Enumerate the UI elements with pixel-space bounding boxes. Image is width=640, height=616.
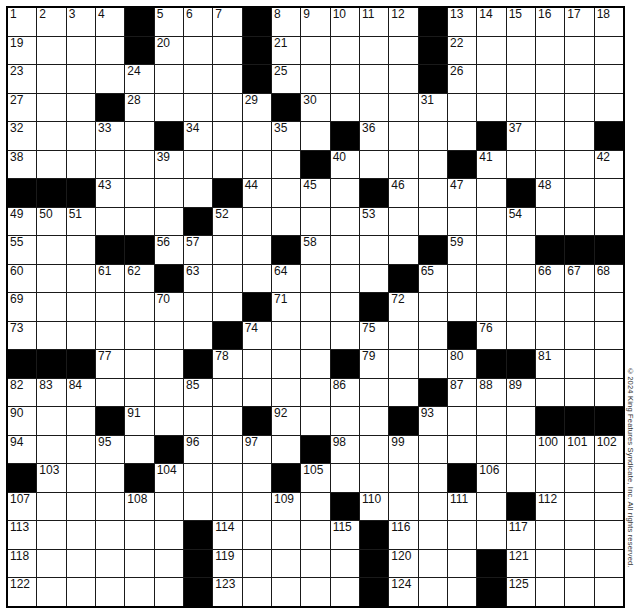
white-cell[interactable]	[389, 122, 417, 150]
white-cell[interactable]	[389, 322, 417, 350]
white-cell[interactable]	[536, 65, 564, 93]
white-cell[interactable]	[184, 493, 212, 521]
white-cell[interactable]	[96, 521, 124, 549]
white-cell[interactable]	[272, 550, 300, 578]
white-cell[interactable]	[565, 578, 593, 606]
white-cell[interactable]	[37, 578, 65, 606]
white-cell[interactable]	[213, 236, 241, 264]
white-cell[interactable]: 95	[96, 436, 124, 464]
white-cell[interactable]	[595, 578, 623, 606]
white-cell[interactable]	[595, 179, 623, 207]
white-cell[interactable]: 55	[8, 236, 36, 264]
white-cell[interactable]	[125, 122, 153, 150]
white-cell[interactable]	[155, 94, 183, 122]
white-cell[interactable]	[507, 407, 535, 435]
white-cell[interactable]	[565, 37, 593, 65]
white-cell[interactable]	[565, 521, 593, 549]
white-cell[interactable]: 3	[67, 8, 95, 36]
white-cell[interactable]: 1	[8, 8, 36, 36]
white-cell[interactable]: 120	[389, 550, 417, 578]
white-cell[interactable]: 94	[8, 436, 36, 464]
white-cell[interactable]: 35	[272, 122, 300, 150]
white-cell[interactable]	[155, 350, 183, 378]
white-cell[interactable]: 21	[272, 37, 300, 65]
white-cell[interactable]	[331, 550, 359, 578]
white-cell[interactable]: 78	[213, 350, 241, 378]
white-cell[interactable]	[37, 293, 65, 321]
white-cell[interactable]	[184, 407, 212, 435]
white-cell[interactable]: 80	[448, 350, 476, 378]
white-cell[interactable]: 60	[8, 265, 36, 293]
white-cell[interactable]: 79	[360, 350, 388, 378]
white-cell[interactable]: 112	[536, 493, 564, 521]
white-cell[interactable]	[507, 293, 535, 321]
white-cell[interactable]	[301, 208, 329, 236]
white-cell[interactable]: 75	[360, 322, 388, 350]
white-cell[interactable]: 38	[8, 151, 36, 179]
white-cell[interactable]	[536, 521, 564, 549]
white-cell[interactable]: 102	[595, 436, 623, 464]
white-cell[interactable]	[477, 208, 505, 236]
white-cell[interactable]: 103	[37, 464, 65, 492]
white-cell[interactable]	[67, 436, 95, 464]
white-cell[interactable]	[96, 550, 124, 578]
white-cell[interactable]	[536, 322, 564, 350]
white-cell[interactable]: 101	[565, 436, 593, 464]
white-cell[interactable]: 54	[507, 208, 535, 236]
white-cell[interactable]	[331, 65, 359, 93]
white-cell[interactable]	[419, 151, 447, 179]
white-cell[interactable]	[536, 464, 564, 492]
white-cell[interactable]	[419, 293, 447, 321]
white-cell[interactable]	[448, 550, 476, 578]
white-cell[interactable]: 5	[155, 8, 183, 36]
white-cell[interactable]	[536, 550, 564, 578]
white-cell[interactable]	[184, 322, 212, 350]
white-cell[interactable]	[96, 578, 124, 606]
white-cell[interactable]: 33	[96, 122, 124, 150]
white-cell[interactable]	[477, 521, 505, 549]
white-cell[interactable]	[67, 407, 95, 435]
white-cell[interactable]	[125, 151, 153, 179]
white-cell[interactable]: 99	[389, 436, 417, 464]
white-cell[interactable]: 105	[301, 464, 329, 492]
white-cell[interactable]	[507, 94, 535, 122]
white-cell[interactable]	[96, 322, 124, 350]
white-cell[interactable]: 2	[37, 8, 65, 36]
white-cell[interactable]	[507, 151, 535, 179]
white-cell[interactable]	[360, 37, 388, 65]
white-cell[interactable]	[536, 208, 564, 236]
white-cell[interactable]: 88	[477, 379, 505, 407]
white-cell[interactable]	[360, 464, 388, 492]
white-cell[interactable]: 71	[272, 293, 300, 321]
white-cell[interactable]	[125, 436, 153, 464]
white-cell[interactable]: 81	[536, 350, 564, 378]
white-cell[interactable]	[243, 236, 271, 264]
white-cell[interactable]	[507, 322, 535, 350]
white-cell[interactable]: 76	[477, 322, 505, 350]
white-cell[interactable]: 44	[243, 179, 271, 207]
white-cell[interactable]	[272, 578, 300, 606]
white-cell[interactable]: 24	[125, 65, 153, 93]
white-cell[interactable]	[448, 208, 476, 236]
white-cell[interactable]	[477, 293, 505, 321]
white-cell[interactable]: 89	[507, 379, 535, 407]
white-cell[interactable]	[536, 379, 564, 407]
white-cell[interactable]: 125	[507, 578, 535, 606]
white-cell[interactable]: 85	[184, 379, 212, 407]
white-cell[interactable]	[96, 65, 124, 93]
white-cell[interactable]: 90	[8, 407, 36, 435]
white-cell[interactable]: 29	[243, 94, 271, 122]
white-cell[interactable]	[243, 379, 271, 407]
white-cell[interactable]: 32	[8, 122, 36, 150]
white-cell[interactable]	[331, 322, 359, 350]
white-cell[interactable]: 115	[331, 521, 359, 549]
white-cell[interactable]	[213, 464, 241, 492]
white-cell[interactable]: 57	[184, 236, 212, 264]
white-cell[interactable]: 14	[477, 8, 505, 36]
white-cell[interactable]: 74	[243, 322, 271, 350]
white-cell[interactable]	[331, 578, 359, 606]
white-cell[interactable]	[419, 578, 447, 606]
white-cell[interactable]	[331, 464, 359, 492]
white-cell[interactable]	[331, 293, 359, 321]
white-cell[interactable]	[331, 208, 359, 236]
white-cell[interactable]	[301, 293, 329, 321]
white-cell[interactable]	[477, 179, 505, 207]
white-cell[interactable]	[419, 322, 447, 350]
white-cell[interactable]	[155, 407, 183, 435]
white-cell[interactable]: 121	[507, 550, 535, 578]
white-cell[interactable]	[448, 122, 476, 150]
white-cell[interactable]: 41	[477, 151, 505, 179]
white-cell[interactable]	[67, 265, 95, 293]
white-cell[interactable]: 10	[331, 8, 359, 36]
white-cell[interactable]	[184, 293, 212, 321]
white-cell[interactable]: 123	[213, 578, 241, 606]
white-cell[interactable]	[360, 436, 388, 464]
white-cell[interactable]	[272, 179, 300, 207]
white-cell[interactable]: 34	[184, 122, 212, 150]
white-cell[interactable]: 107	[8, 493, 36, 521]
white-cell[interactable]: 92	[272, 407, 300, 435]
white-cell[interactable]: 37	[507, 122, 535, 150]
white-cell[interactable]: 91	[125, 407, 153, 435]
white-cell[interactable]: 111	[448, 493, 476, 521]
white-cell[interactable]: 70	[155, 293, 183, 321]
white-cell[interactable]: 8	[272, 8, 300, 36]
white-cell[interactable]	[331, 236, 359, 264]
white-cell[interactable]	[184, 179, 212, 207]
white-cell[interactable]	[67, 578, 95, 606]
white-cell[interactable]	[448, 436, 476, 464]
white-cell[interactable]: 72	[389, 293, 417, 321]
white-cell[interactable]	[448, 521, 476, 549]
white-cell[interactable]	[301, 65, 329, 93]
white-cell[interactable]	[125, 578, 153, 606]
white-cell[interactable]	[565, 208, 593, 236]
white-cell[interactable]: 51	[67, 208, 95, 236]
white-cell[interactable]	[419, 208, 447, 236]
white-cell[interactable]	[155, 578, 183, 606]
white-cell[interactable]	[565, 65, 593, 93]
white-cell[interactable]	[155, 550, 183, 578]
white-cell[interactable]	[301, 322, 329, 350]
white-cell[interactable]	[301, 122, 329, 150]
white-cell[interactable]: 93	[419, 407, 447, 435]
white-cell[interactable]	[37, 407, 65, 435]
white-cell[interactable]: 58	[301, 236, 329, 264]
white-cell[interactable]	[360, 236, 388, 264]
white-cell[interactable]: 36	[360, 122, 388, 150]
white-cell[interactable]: 9	[301, 8, 329, 36]
white-cell[interactable]	[419, 493, 447, 521]
white-cell[interactable]	[125, 521, 153, 549]
white-cell[interactable]: 73	[8, 322, 36, 350]
white-cell[interactable]	[419, 521, 447, 549]
white-cell[interactable]	[389, 236, 417, 264]
white-cell[interactable]	[536, 122, 564, 150]
white-cell[interactable]	[477, 407, 505, 435]
white-cell[interactable]: 6	[184, 8, 212, 36]
white-cell[interactable]: 66	[536, 265, 564, 293]
white-cell[interactable]	[37, 151, 65, 179]
white-cell[interactable]	[595, 208, 623, 236]
white-cell[interactable]	[155, 65, 183, 93]
white-cell[interactable]	[331, 37, 359, 65]
white-cell[interactable]	[595, 350, 623, 378]
white-cell[interactable]: 118	[8, 550, 36, 578]
white-cell[interactable]	[96, 493, 124, 521]
white-cell[interactable]	[595, 493, 623, 521]
white-cell[interactable]: 16	[536, 8, 564, 36]
white-cell[interactable]: 30	[301, 94, 329, 122]
white-cell[interactable]: 31	[419, 94, 447, 122]
white-cell[interactable]	[96, 293, 124, 321]
white-cell[interactable]	[96, 151, 124, 179]
white-cell[interactable]	[419, 350, 447, 378]
white-cell[interactable]	[419, 464, 447, 492]
white-cell[interactable]	[301, 578, 329, 606]
white-cell[interactable]	[389, 350, 417, 378]
white-cell[interactable]	[243, 265, 271, 293]
white-cell[interactable]	[536, 94, 564, 122]
white-cell[interactable]: 110	[360, 493, 388, 521]
white-cell[interactable]	[389, 151, 417, 179]
white-cell[interactable]	[389, 379, 417, 407]
white-cell[interactable]: 13	[448, 8, 476, 36]
white-cell[interactable]	[184, 151, 212, 179]
white-cell[interactable]: 22	[448, 37, 476, 65]
white-cell[interactable]: 20	[155, 37, 183, 65]
white-cell[interactable]	[595, 65, 623, 93]
white-cell[interactable]	[389, 464, 417, 492]
white-cell[interactable]	[477, 94, 505, 122]
white-cell[interactable]	[67, 322, 95, 350]
white-cell[interactable]	[243, 151, 271, 179]
white-cell[interactable]	[125, 350, 153, 378]
white-cell[interactable]	[301, 407, 329, 435]
white-cell[interactable]: 48	[536, 179, 564, 207]
white-cell[interactable]	[419, 122, 447, 150]
white-cell[interactable]	[360, 94, 388, 122]
white-cell[interactable]: 43	[96, 179, 124, 207]
white-cell[interactable]: 98	[331, 436, 359, 464]
white-cell[interactable]	[125, 179, 153, 207]
white-cell[interactable]	[565, 550, 593, 578]
white-cell[interactable]	[536, 578, 564, 606]
white-cell[interactable]	[184, 464, 212, 492]
white-cell[interactable]	[595, 94, 623, 122]
white-cell[interactable]	[67, 151, 95, 179]
white-cell[interactable]: 86	[331, 379, 359, 407]
white-cell[interactable]	[272, 350, 300, 378]
white-cell[interactable]: 17	[565, 8, 593, 36]
white-cell[interactable]: 100	[536, 436, 564, 464]
white-cell[interactable]	[125, 379, 153, 407]
white-cell[interactable]: 49	[8, 208, 36, 236]
white-cell[interactable]: 26	[448, 65, 476, 93]
white-cell[interactable]	[565, 122, 593, 150]
white-cell[interactable]	[565, 179, 593, 207]
white-cell[interactable]: 50	[37, 208, 65, 236]
white-cell[interactable]	[37, 37, 65, 65]
white-cell[interactable]: 28	[125, 94, 153, 122]
white-cell[interactable]	[360, 379, 388, 407]
white-cell[interactable]	[213, 151, 241, 179]
white-cell[interactable]: 12	[389, 8, 417, 36]
white-cell[interactable]	[213, 122, 241, 150]
white-cell[interactable]: 46	[389, 179, 417, 207]
white-cell[interactable]: 39	[155, 151, 183, 179]
white-cell[interactable]: 106	[477, 464, 505, 492]
white-cell[interactable]	[331, 94, 359, 122]
white-cell[interactable]: 83	[37, 379, 65, 407]
white-cell[interactable]	[477, 265, 505, 293]
white-cell[interactable]	[125, 550, 153, 578]
white-cell[interactable]: 63	[184, 265, 212, 293]
white-cell[interactable]	[477, 493, 505, 521]
white-cell[interactable]	[243, 208, 271, 236]
white-cell[interactable]: 87	[448, 379, 476, 407]
white-cell[interactable]	[331, 407, 359, 435]
white-cell[interactable]	[243, 464, 271, 492]
white-cell[interactable]	[507, 265, 535, 293]
white-cell[interactable]	[389, 65, 417, 93]
white-cell[interactable]: 124	[389, 578, 417, 606]
white-cell[interactable]	[37, 436, 65, 464]
white-cell[interactable]: 53	[360, 208, 388, 236]
white-cell[interactable]	[37, 265, 65, 293]
white-cell[interactable]	[565, 151, 593, 179]
white-cell[interactable]	[301, 350, 329, 378]
white-cell[interactable]: 11	[360, 8, 388, 36]
white-cell[interactable]	[360, 407, 388, 435]
white-cell[interactable]	[389, 37, 417, 65]
white-cell[interactable]	[565, 293, 593, 321]
white-cell[interactable]: 84	[67, 379, 95, 407]
white-cell[interactable]	[213, 379, 241, 407]
white-cell[interactable]	[243, 493, 271, 521]
white-cell[interactable]	[477, 65, 505, 93]
white-cell[interactable]: 18	[595, 8, 623, 36]
white-cell[interactable]	[565, 493, 593, 521]
white-cell[interactable]	[419, 179, 447, 207]
white-cell[interactable]	[243, 350, 271, 378]
white-cell[interactable]: 97	[243, 436, 271, 464]
white-cell[interactable]: 56	[155, 236, 183, 264]
white-cell[interactable]: 109	[272, 493, 300, 521]
white-cell[interactable]: 108	[125, 493, 153, 521]
white-cell[interactable]: 82	[8, 379, 36, 407]
white-cell[interactable]	[155, 493, 183, 521]
white-cell[interactable]: 27	[8, 94, 36, 122]
white-cell[interactable]	[184, 37, 212, 65]
white-cell[interactable]	[213, 265, 241, 293]
white-cell[interactable]	[155, 379, 183, 407]
white-cell[interactable]	[272, 208, 300, 236]
white-cell[interactable]	[389, 94, 417, 122]
white-cell[interactable]	[595, 322, 623, 350]
white-cell[interactable]	[477, 37, 505, 65]
white-cell[interactable]	[360, 65, 388, 93]
white-cell[interactable]	[67, 550, 95, 578]
white-cell[interactable]	[37, 65, 65, 93]
white-cell[interactable]: 119	[213, 550, 241, 578]
white-cell[interactable]	[213, 37, 241, 65]
white-cell[interactable]: 122	[8, 578, 36, 606]
white-cell[interactable]	[125, 293, 153, 321]
white-cell[interactable]	[301, 521, 329, 549]
white-cell[interactable]	[37, 521, 65, 549]
white-cell[interactable]	[389, 493, 417, 521]
white-cell[interactable]	[37, 322, 65, 350]
white-cell[interactable]: 64	[272, 265, 300, 293]
white-cell[interactable]	[184, 65, 212, 93]
white-cell[interactable]: 42	[595, 151, 623, 179]
white-cell[interactable]	[243, 122, 271, 150]
white-cell[interactable]	[67, 37, 95, 65]
white-cell[interactable]	[67, 521, 95, 549]
white-cell[interactable]	[67, 293, 95, 321]
white-cell[interactable]: 45	[301, 179, 329, 207]
white-cell[interactable]	[507, 236, 535, 264]
white-cell[interactable]	[37, 550, 65, 578]
white-cell[interactable]	[301, 265, 329, 293]
white-cell[interactable]	[67, 94, 95, 122]
white-cell[interactable]	[37, 122, 65, 150]
white-cell[interactable]	[155, 179, 183, 207]
white-cell[interactable]: 52	[213, 208, 241, 236]
white-cell[interactable]	[448, 407, 476, 435]
white-cell[interactable]	[331, 179, 359, 207]
white-cell[interactable]: 23	[8, 65, 36, 93]
white-cell[interactable]	[448, 293, 476, 321]
white-cell[interactable]	[213, 293, 241, 321]
white-cell[interactable]	[507, 65, 535, 93]
white-cell[interactable]: 117	[507, 521, 535, 549]
white-cell[interactable]	[301, 493, 329, 521]
white-cell[interactable]	[595, 521, 623, 549]
white-cell[interactable]	[595, 379, 623, 407]
white-cell[interactable]	[360, 265, 388, 293]
white-cell[interactable]	[595, 37, 623, 65]
white-cell[interactable]	[243, 578, 271, 606]
white-cell[interactable]: 65	[419, 265, 447, 293]
white-cell[interactable]	[125, 208, 153, 236]
